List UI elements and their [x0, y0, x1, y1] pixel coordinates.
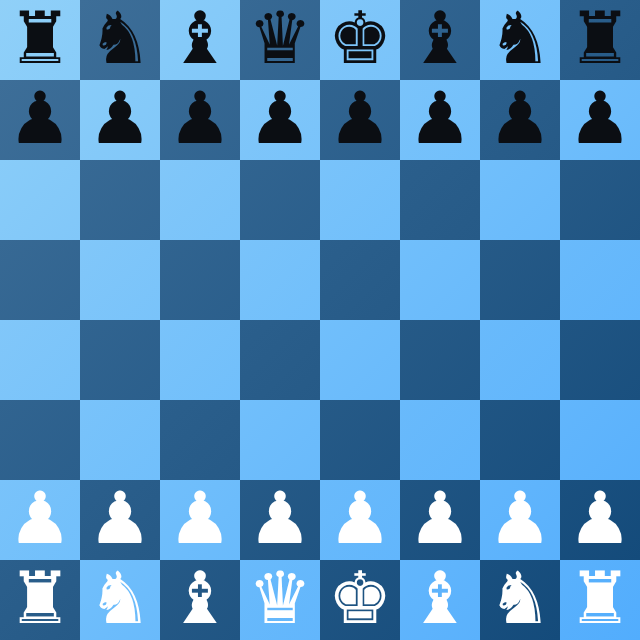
square-e8[interactable]: ♚	[320, 0, 400, 80]
piece-white-rook[interactable]: ♜	[568, 558, 633, 638]
piece-white-pawn[interactable]: ♟	[568, 478, 633, 558]
square-g1[interactable]: ♞	[480, 560, 560, 640]
square-d3[interactable]	[240, 400, 320, 480]
piece-white-pawn[interactable]: ♟	[8, 478, 73, 558]
square-c2[interactable]: ♟	[160, 480, 240, 560]
square-b2[interactable]: ♟	[80, 480, 160, 560]
piece-white-rook[interactable]: ♜	[8, 558, 73, 638]
square-h3[interactable]	[560, 400, 640, 480]
square-d8[interactable]: ♛	[240, 0, 320, 80]
square-f6[interactable]	[400, 160, 480, 240]
square-a4[interactable]	[0, 320, 80, 400]
square-e3[interactable]	[320, 400, 400, 480]
square-c8[interactable]: ♝	[160, 0, 240, 80]
square-f8[interactable]: ♝	[400, 0, 480, 80]
square-e2[interactable]: ♟	[320, 480, 400, 560]
piece-black-bishop[interactable]: ♝	[168, 0, 233, 78]
piece-black-pawn[interactable]: ♟	[8, 78, 73, 158]
square-h7[interactable]: ♟	[560, 80, 640, 160]
square-a5[interactable]	[0, 240, 80, 320]
square-a2[interactable]: ♟	[0, 480, 80, 560]
piece-black-pawn[interactable]: ♟	[248, 78, 313, 158]
piece-white-bishop[interactable]: ♝	[408, 558, 473, 638]
square-b8[interactable]: ♞	[80, 0, 160, 80]
piece-white-pawn[interactable]: ♟	[88, 478, 153, 558]
square-b3[interactable]	[80, 400, 160, 480]
square-g6[interactable]	[480, 160, 560, 240]
square-c6[interactable]	[160, 160, 240, 240]
square-h1[interactable]: ♜	[560, 560, 640, 640]
piece-black-king[interactable]: ♚	[328, 0, 393, 78]
piece-black-pawn[interactable]: ♟	[568, 78, 633, 158]
piece-black-pawn[interactable]: ♟	[408, 78, 473, 158]
square-g4[interactable]	[480, 320, 560, 400]
piece-white-knight[interactable]: ♞	[88, 558, 153, 638]
square-h8[interactable]: ♜	[560, 0, 640, 80]
piece-white-pawn[interactable]: ♟	[488, 478, 553, 558]
square-b7[interactable]: ♟	[80, 80, 160, 160]
piece-white-pawn[interactable]: ♟	[408, 478, 473, 558]
square-a3[interactable]	[0, 400, 80, 480]
square-d4[interactable]	[240, 320, 320, 400]
square-g5[interactable]	[480, 240, 560, 320]
piece-black-bishop[interactable]: ♝	[408, 0, 473, 78]
square-d2[interactable]: ♟	[240, 480, 320, 560]
square-e7[interactable]: ♟	[320, 80, 400, 160]
piece-black-knight[interactable]: ♞	[488, 0, 553, 78]
square-b5[interactable]	[80, 240, 160, 320]
square-d7[interactable]: ♟	[240, 80, 320, 160]
square-f5[interactable]	[400, 240, 480, 320]
square-a7[interactable]: ♟	[0, 80, 80, 160]
square-c1[interactable]: ♝	[160, 560, 240, 640]
square-d6[interactable]	[240, 160, 320, 240]
square-c7[interactable]: ♟	[160, 80, 240, 160]
square-g7[interactable]: ♟	[480, 80, 560, 160]
square-e4[interactable]	[320, 320, 400, 400]
square-f2[interactable]: ♟	[400, 480, 480, 560]
square-d1[interactable]: ♛	[240, 560, 320, 640]
piece-black-rook[interactable]: ♜	[568, 0, 633, 78]
square-b6[interactable]	[80, 160, 160, 240]
square-e1[interactable]: ♚	[320, 560, 400, 640]
square-b1[interactable]: ♞	[80, 560, 160, 640]
chess-board: ♜♞♝♛♚♝♞♜♟♟♟♟♟♟♟♟♟♟♟♟♟♟♟♟♜♞♝♛♚♝♞♜	[0, 0, 640, 640]
piece-white-pawn[interactable]: ♟	[328, 478, 393, 558]
square-a6[interactable]	[0, 160, 80, 240]
piece-white-queen[interactable]: ♛	[248, 558, 313, 638]
square-a1[interactable]: ♜	[0, 560, 80, 640]
piece-white-knight[interactable]: ♞	[488, 558, 553, 638]
square-a8[interactable]: ♜	[0, 0, 80, 80]
piece-black-rook[interactable]: ♜	[8, 0, 73, 78]
square-h2[interactable]: ♟	[560, 480, 640, 560]
square-f3[interactable]	[400, 400, 480, 480]
square-g8[interactable]: ♞	[480, 0, 560, 80]
square-e6[interactable]	[320, 160, 400, 240]
square-h6[interactable]	[560, 160, 640, 240]
piece-white-bishop[interactable]: ♝	[168, 558, 233, 638]
square-f7[interactable]: ♟	[400, 80, 480, 160]
piece-black-knight[interactable]: ♞	[88, 0, 153, 78]
square-f1[interactable]: ♝	[400, 560, 480, 640]
square-f4[interactable]	[400, 320, 480, 400]
square-c4[interactable]	[160, 320, 240, 400]
square-c3[interactable]	[160, 400, 240, 480]
square-h5[interactable]	[560, 240, 640, 320]
piece-white-pawn[interactable]: ♟	[248, 478, 313, 558]
square-g2[interactable]: ♟	[480, 480, 560, 560]
piece-white-king[interactable]: ♚	[328, 558, 393, 638]
piece-white-pawn[interactable]: ♟	[168, 478, 233, 558]
square-h4[interactable]	[560, 320, 640, 400]
square-g3[interactable]	[480, 400, 560, 480]
square-b4[interactable]	[80, 320, 160, 400]
piece-black-pawn[interactable]: ♟	[488, 78, 553, 158]
square-c5[interactable]	[160, 240, 240, 320]
square-e5[interactable]	[320, 240, 400, 320]
piece-black-pawn[interactable]: ♟	[88, 78, 153, 158]
square-d5[interactable]	[240, 240, 320, 320]
piece-black-pawn[interactable]: ♟	[328, 78, 393, 158]
piece-black-queen[interactable]: ♛	[248, 0, 313, 78]
piece-black-pawn[interactable]: ♟	[168, 78, 233, 158]
